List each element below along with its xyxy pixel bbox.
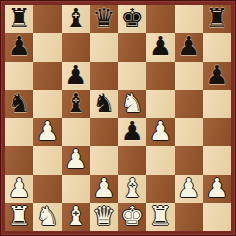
square-b6[interactable] xyxy=(33,62,61,90)
square-a8[interactable]: ♜ xyxy=(5,5,33,33)
square-a6[interactable] xyxy=(5,62,33,90)
square-g6[interactable] xyxy=(175,62,203,90)
square-g7[interactable]: ♟ xyxy=(175,33,203,61)
square-h2[interactable]: ♟ xyxy=(203,175,231,203)
piece-white-knight: ♞ xyxy=(36,203,59,230)
piece-black-pawn: ♟ xyxy=(177,33,200,60)
piece-white-pawn: ♟ xyxy=(64,146,87,173)
square-g8[interactable] xyxy=(175,5,203,33)
square-a4[interactable] xyxy=(5,118,33,146)
piece-black-rook: ♜ xyxy=(7,5,30,32)
square-e8[interactable]: ♚ xyxy=(118,5,146,33)
square-b8[interactable] xyxy=(33,5,61,33)
square-f6[interactable] xyxy=(146,62,174,90)
square-d8[interactable]: ♛ xyxy=(90,5,118,33)
piece-black-knight: ♞ xyxy=(7,90,30,117)
piece-black-bishop: ♝ xyxy=(64,90,87,117)
square-h8[interactable]: ♜ xyxy=(203,5,231,33)
piece-white-bishop: ♝ xyxy=(120,175,143,202)
square-f5[interactable] xyxy=(146,90,174,118)
piece-black-bishop: ♝ xyxy=(64,5,87,32)
square-g4[interactable] xyxy=(175,118,203,146)
square-h3[interactable] xyxy=(203,146,231,174)
square-d2[interactable]: ♟ xyxy=(90,175,118,203)
square-d7[interactable] xyxy=(90,33,118,61)
piece-black-queen: ♛ xyxy=(92,5,115,32)
square-d4[interactable] xyxy=(90,118,118,146)
square-g5[interactable] xyxy=(175,90,203,118)
square-g1[interactable] xyxy=(175,203,203,231)
square-f3[interactable] xyxy=(146,146,174,174)
square-h6[interactable]: ♟ xyxy=(203,62,231,90)
square-d5[interactable]: ♞ xyxy=(90,90,118,118)
square-h5[interactable] xyxy=(203,90,231,118)
square-b7[interactable] xyxy=(33,33,61,61)
piece-black-pawn: ♟ xyxy=(120,118,143,145)
square-d6[interactable] xyxy=(90,62,118,90)
square-a1[interactable]: ♜ xyxy=(5,203,33,231)
square-e1[interactable]: ♚ xyxy=(118,203,146,231)
square-b1[interactable]: ♞ xyxy=(33,203,61,231)
piece-white-pawn: ♟ xyxy=(205,175,228,202)
piece-black-rook: ♜ xyxy=(205,5,228,32)
piece-black-pawn: ♟ xyxy=(64,62,87,89)
piece-white-pawn: ♟ xyxy=(7,175,30,202)
square-g3[interactable] xyxy=(175,146,203,174)
square-h1[interactable] xyxy=(203,203,231,231)
piece-black-king: ♚ xyxy=(120,5,143,32)
piece-black-pawn: ♟ xyxy=(7,33,30,60)
piece-white-rook: ♜ xyxy=(7,203,30,230)
square-c4[interactable] xyxy=(62,118,90,146)
square-h7[interactable] xyxy=(203,33,231,61)
square-f2[interactable] xyxy=(146,175,174,203)
square-c7[interactable] xyxy=(62,33,90,61)
square-a7[interactable]: ♟ xyxy=(5,33,33,61)
square-b2[interactable] xyxy=(33,175,61,203)
square-f1[interactable]: ♜ xyxy=(146,203,174,231)
piece-white-knight: ♞ xyxy=(120,90,143,117)
piece-white-pawn: ♟ xyxy=(177,175,200,202)
piece-white-pawn: ♟ xyxy=(36,118,59,145)
piece-white-bishop: ♝ xyxy=(64,203,87,230)
square-e7[interactable] xyxy=(118,33,146,61)
board-frame: ♜♝♛♚♜♟♟♟♟♟♞♝♞♞♟♟♟♟♟♟♝♟♟♜♞♝♛♚♜ xyxy=(0,0,236,236)
square-e5[interactable]: ♞ xyxy=(118,90,146,118)
square-f4[interactable]: ♟ xyxy=(146,118,174,146)
square-a5[interactable]: ♞ xyxy=(5,90,33,118)
piece-black-knight: ♞ xyxy=(92,90,115,117)
square-d3[interactable] xyxy=(90,146,118,174)
square-a2[interactable]: ♟ xyxy=(5,175,33,203)
square-e6[interactable] xyxy=(118,62,146,90)
square-h4[interactable] xyxy=(203,118,231,146)
square-a3[interactable] xyxy=(5,146,33,174)
square-b3[interactable] xyxy=(33,146,61,174)
square-c2[interactable] xyxy=(62,175,90,203)
piece-black-pawn: ♟ xyxy=(205,62,228,89)
square-e3[interactable] xyxy=(118,146,146,174)
square-c3[interactable]: ♟ xyxy=(62,146,90,174)
chess-board: ♜♝♛♚♜♟♟♟♟♟♞♝♞♞♟♟♟♟♟♟♝♟♟♜♞♝♛♚♜ xyxy=(5,5,231,231)
square-b4[interactable]: ♟ xyxy=(33,118,61,146)
square-f7[interactable]: ♟ xyxy=(146,33,174,61)
piece-white-pawn: ♟ xyxy=(92,175,115,202)
piece-black-pawn: ♟ xyxy=(149,33,172,60)
square-d1[interactable]: ♛ xyxy=(90,203,118,231)
piece-white-pawn: ♟ xyxy=(149,118,172,145)
square-c1[interactable]: ♝ xyxy=(62,203,90,231)
piece-white-king: ♚ xyxy=(120,203,143,230)
piece-white-queen: ♛ xyxy=(92,203,115,230)
square-b5[interactable] xyxy=(33,90,61,118)
piece-white-rook: ♜ xyxy=(149,203,172,230)
square-e2[interactable]: ♝ xyxy=(118,175,146,203)
square-e4[interactable]: ♟ xyxy=(118,118,146,146)
square-c8[interactable]: ♝ xyxy=(62,5,90,33)
square-g2[interactable]: ♟ xyxy=(175,175,203,203)
square-c6[interactable]: ♟ xyxy=(62,62,90,90)
square-f8[interactable] xyxy=(146,5,174,33)
square-c5[interactable]: ♝ xyxy=(62,90,90,118)
